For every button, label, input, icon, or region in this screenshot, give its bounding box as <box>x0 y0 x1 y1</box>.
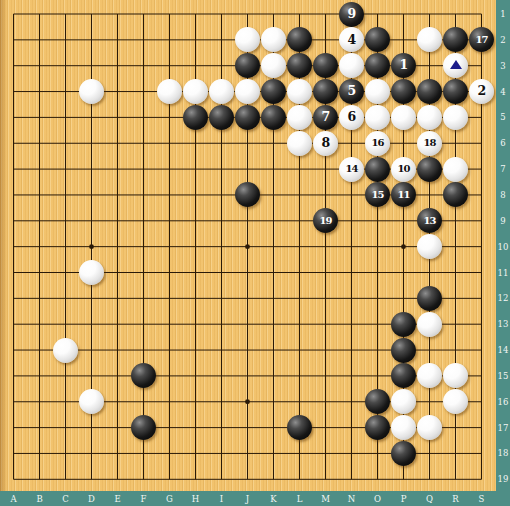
column-label-C: C <box>62 494 69 504</box>
stone-H5 <box>183 105 208 130</box>
stone-O2 <box>365 27 390 52</box>
stone-L2 <box>287 27 312 52</box>
stone-Q2 <box>417 27 442 52</box>
stone-H4 <box>183 79 208 104</box>
stone-J5 <box>235 105 260 130</box>
stone-N2: 4 <box>339 27 364 52</box>
stone-O16 <box>365 389 390 414</box>
stone-D4 <box>79 79 104 104</box>
column-label-B: B <box>36 494 42 504</box>
stone-N5: 6 <box>339 105 364 130</box>
column-label-M: M <box>321 494 330 504</box>
stone-F15 <box>131 363 156 388</box>
row-coordinate-strip: 12345678910111213141516171819 <box>496 0 510 506</box>
stone-K5 <box>261 105 286 130</box>
column-label-F: F <box>141 494 147 504</box>
triangle-marker-icon <box>450 60 462 69</box>
stone-L5 <box>287 105 312 130</box>
stone-J3 <box>235 53 260 78</box>
move-number-label: 7 <box>321 111 329 124</box>
row-label-19: 19 <box>498 474 509 484</box>
stone-P8: 11 <box>391 182 416 207</box>
stone-P18 <box>391 441 416 466</box>
move-number-label: 19 <box>320 216 332 226</box>
move-number-label: 16 <box>372 138 384 148</box>
stone-G4 <box>157 79 182 104</box>
stone-M4 <box>313 79 338 104</box>
stone-O7 <box>365 157 390 182</box>
stone-Q7 <box>417 157 442 182</box>
stone-O5 <box>365 105 390 130</box>
stone-O6: 16 <box>365 131 390 156</box>
column-label-O: O <box>374 494 381 504</box>
stone-L17 <box>287 415 312 440</box>
stone-S4: 2 <box>469 79 494 104</box>
move-number-label: 18 <box>424 138 436 148</box>
stone-M5: 7 <box>313 105 338 130</box>
column-label-S: S <box>479 494 485 504</box>
stone-F17 <box>131 415 156 440</box>
stone-Q6: 18 <box>417 131 442 156</box>
move-number-label: 5 <box>347 85 355 98</box>
row-label-15: 15 <box>498 371 509 381</box>
column-label-G: G <box>166 494 173 504</box>
stone-L6 <box>287 131 312 156</box>
row-label-4: 4 <box>500 87 505 97</box>
stone-L3 <box>287 53 312 78</box>
move-number-label: 2 <box>477 85 485 98</box>
go-board[interactable]: 94171527681618141015111913 <box>0 0 496 491</box>
column-label-A: A <box>10 494 16 504</box>
stone-Q5 <box>417 105 442 130</box>
stone-P7: 10 <box>391 157 416 182</box>
stone-S2: 17 <box>469 27 494 52</box>
move-number-label: 15 <box>372 190 384 200</box>
stone-K4 <box>261 79 286 104</box>
stone-O3 <box>365 53 390 78</box>
row-label-3: 3 <box>500 61 505 71</box>
row-label-14: 14 <box>498 345 509 355</box>
stone-P3: 1 <box>391 53 416 78</box>
row-label-16: 16 <box>498 397 509 407</box>
stone-R16 <box>443 389 468 414</box>
stone-R5 <box>443 105 468 130</box>
stone-I5 <box>209 105 234 130</box>
stone-Q4 <box>417 79 442 104</box>
stone-R3 <box>443 53 468 78</box>
stone-N7: 14 <box>339 157 364 182</box>
stones-layer: 94171527681618141015111913 <box>0 0 496 491</box>
column-coordinate-strip: ABCDEFGHIJKLMNOPQRS <box>0 491 496 506</box>
row-label-18: 18 <box>498 448 509 458</box>
stone-M3 <box>313 53 338 78</box>
row-label-6: 6 <box>500 138 505 148</box>
stone-J8 <box>235 182 260 207</box>
stone-M6: 8 <box>313 131 338 156</box>
move-number-label: 13 <box>424 216 436 226</box>
move-number-label: 14 <box>346 164 358 174</box>
column-label-Q: Q <box>426 494 433 504</box>
row-label-2: 2 <box>500 35 505 45</box>
row-label-9: 9 <box>500 216 505 226</box>
stone-N3 <box>339 53 364 78</box>
row-label-10: 10 <box>498 242 509 252</box>
column-label-E: E <box>114 494 120 504</box>
stone-M9: 19 <box>313 208 338 233</box>
stone-Q10 <box>417 234 442 259</box>
stone-O4 <box>365 79 390 104</box>
stone-P5 <box>391 105 416 130</box>
stone-R4 <box>443 79 468 104</box>
row-label-13: 13 <box>498 319 509 329</box>
stone-O8: 15 <box>365 182 390 207</box>
column-label-D: D <box>88 494 95 504</box>
column-label-P: P <box>401 494 407 504</box>
move-number-label: 11 <box>398 190 410 200</box>
column-label-K: K <box>270 494 276 504</box>
move-number-label: 17 <box>476 35 488 45</box>
row-label-8: 8 <box>500 190 505 200</box>
stone-Q9: 13 <box>417 208 442 233</box>
stone-P17 <box>391 415 416 440</box>
stone-J2 <box>235 27 260 52</box>
go-client-window: 94171527681618141015111913 1234567891011… <box>0 0 510 506</box>
row-label-11: 11 <box>498 268 509 278</box>
stone-J4 <box>235 79 260 104</box>
stone-C14 <box>53 338 78 363</box>
stone-O17 <box>365 415 390 440</box>
stone-D11 <box>79 260 104 285</box>
move-number-label: 1 <box>399 59 407 72</box>
stone-Q13 <box>417 312 442 337</box>
stone-P15 <box>391 363 416 388</box>
stone-P14 <box>391 338 416 363</box>
stone-Q15 <box>417 363 442 388</box>
stone-I4 <box>209 79 234 104</box>
move-number-label: 8 <box>321 137 329 150</box>
stone-N1: 9 <box>339 2 364 27</box>
stone-R15 <box>443 363 468 388</box>
stone-R7 <box>443 157 468 182</box>
stone-D16 <box>79 389 104 414</box>
row-label-1: 1 <box>500 9 505 19</box>
stone-R8 <box>443 182 468 207</box>
column-label-N: N <box>348 494 355 504</box>
move-number-label: 10 <box>398 164 410 174</box>
stone-L4 <box>287 79 312 104</box>
move-number-label: 9 <box>347 8 355 21</box>
stone-R2 <box>443 27 468 52</box>
row-label-12: 12 <box>498 293 509 303</box>
move-number-label: 4 <box>347 34 355 47</box>
stone-K3 <box>261 53 286 78</box>
row-label-5: 5 <box>500 112 505 122</box>
column-label-J: J <box>246 494 249 504</box>
stone-N4: 5 <box>339 79 364 104</box>
column-label-I: I <box>220 494 223 504</box>
column-label-H: H <box>192 494 199 504</box>
stone-K2 <box>261 27 286 52</box>
row-label-17: 17 <box>498 423 509 433</box>
stone-Q12 <box>417 286 442 311</box>
stone-P4 <box>391 79 416 104</box>
row-label-7: 7 <box>500 164 505 174</box>
column-label-L: L <box>297 494 303 504</box>
move-number-label: 6 <box>347 111 355 124</box>
column-label-R: R <box>452 494 458 504</box>
stone-P13 <box>391 312 416 337</box>
stone-P16 <box>391 389 416 414</box>
stone-Q17 <box>417 415 442 440</box>
